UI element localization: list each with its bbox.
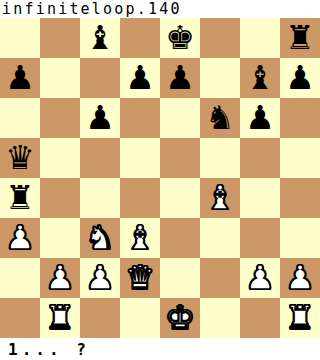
square-f1[interactable] <box>200 298 240 338</box>
black-pawn-piece: ♟ <box>125 58 155 98</box>
square-f2[interactable] <box>200 258 240 298</box>
square-h6[interactable] <box>280 98 320 138</box>
square-b4[interactable] <box>40 178 80 218</box>
square-h5[interactable] <box>280 138 320 178</box>
black-queen-piece: ♛ <box>5 138 35 178</box>
square-h7[interactable]: ♟ <box>280 58 320 98</box>
square-f4[interactable]: ♝ <box>200 178 240 218</box>
square-g4[interactable] <box>240 178 280 218</box>
square-a4[interactable]: ♜ <box>0 178 40 218</box>
square-c2[interactable]: ♟ <box>80 258 120 298</box>
square-f8[interactable] <box>200 18 240 58</box>
diagram-title: infiniteloop.140 <box>0 0 320 18</box>
white-queen-piece: ♛ <box>125 258 155 298</box>
white-bishop-piece: ♝ <box>205 178 235 218</box>
square-e4[interactable] <box>160 178 200 218</box>
square-g8[interactable] <box>240 18 280 58</box>
square-e6[interactable] <box>160 98 200 138</box>
black-pawn-piece: ♟ <box>245 98 275 138</box>
black-bishop-piece: ♝ <box>85 18 115 58</box>
white-king-piece: ♚ <box>165 298 195 338</box>
square-f5[interactable] <box>200 138 240 178</box>
white-pawn-piece: ♟ <box>5 218 35 258</box>
move-prompt: 1... ? <box>0 338 320 360</box>
black-knight-piece: ♞ <box>205 98 235 138</box>
white-rook-piece: ♜ <box>285 298 315 338</box>
black-pawn-piece: ♟ <box>165 58 195 98</box>
square-d4[interactable] <box>120 178 160 218</box>
square-h8[interactable]: ♜ <box>280 18 320 58</box>
square-b3[interactable] <box>40 218 80 258</box>
square-b6[interactable] <box>40 98 80 138</box>
black-rook-piece: ♜ <box>285 18 315 58</box>
square-e5[interactable] <box>160 138 200 178</box>
square-b2[interactable]: ♟ <box>40 258 80 298</box>
square-b1[interactable]: ♜ <box>40 298 80 338</box>
square-g5[interactable] <box>240 138 280 178</box>
square-e7[interactable]: ♟ <box>160 58 200 98</box>
white-bishop-piece: ♝ <box>125 218 155 258</box>
square-h3[interactable] <box>280 218 320 258</box>
square-g3[interactable] <box>240 218 280 258</box>
chess-board: ♝♚♜♟♟♟♝♟♟♞♟♛♜♝♟♞♝♟♟♛♟♟♜♚♜ <box>0 18 320 338</box>
square-d1[interactable] <box>120 298 160 338</box>
square-c8[interactable]: ♝ <box>80 18 120 58</box>
square-e8[interactable]: ♚ <box>160 18 200 58</box>
white-rook-piece: ♜ <box>45 298 75 338</box>
black-pawn-piece: ♟ <box>5 58 35 98</box>
square-c5[interactable] <box>80 138 120 178</box>
square-a1[interactable] <box>0 298 40 338</box>
square-c7[interactable] <box>80 58 120 98</box>
white-pawn-piece: ♟ <box>285 258 315 298</box>
black-pawn-piece: ♟ <box>85 98 115 138</box>
square-c1[interactable] <box>80 298 120 338</box>
square-g2[interactable]: ♟ <box>240 258 280 298</box>
square-d8[interactable] <box>120 18 160 58</box>
square-e1[interactable]: ♚ <box>160 298 200 338</box>
square-c3[interactable]: ♞ <box>80 218 120 258</box>
black-bishop-piece: ♝ <box>245 58 275 98</box>
square-f3[interactable] <box>200 218 240 258</box>
square-a3[interactable]: ♟ <box>0 218 40 258</box>
square-f7[interactable] <box>200 58 240 98</box>
square-b8[interactable] <box>40 18 80 58</box>
square-a8[interactable] <box>0 18 40 58</box>
white-pawn-piece: ♟ <box>85 258 115 298</box>
square-d6[interactable] <box>120 98 160 138</box>
square-h1[interactable]: ♜ <box>280 298 320 338</box>
white-knight-piece: ♞ <box>85 218 115 258</box>
black-pawn-piece: ♟ <box>285 58 315 98</box>
black-rook-piece: ♜ <box>5 178 35 218</box>
square-h4[interactable] <box>280 178 320 218</box>
square-d3[interactable]: ♝ <box>120 218 160 258</box>
square-d2[interactable]: ♛ <box>120 258 160 298</box>
square-f6[interactable]: ♞ <box>200 98 240 138</box>
black-king-piece: ♚ <box>165 18 195 58</box>
square-g6[interactable]: ♟ <box>240 98 280 138</box>
square-b7[interactable] <box>40 58 80 98</box>
square-a2[interactable] <box>0 258 40 298</box>
square-a5[interactable]: ♛ <box>0 138 40 178</box>
square-d7[interactable]: ♟ <box>120 58 160 98</box>
square-d5[interactable] <box>120 138 160 178</box>
square-h2[interactable]: ♟ <box>280 258 320 298</box>
square-e3[interactable] <box>160 218 200 258</box>
square-g7[interactable]: ♝ <box>240 58 280 98</box>
square-g1[interactable] <box>240 298 280 338</box>
square-c6[interactable]: ♟ <box>80 98 120 138</box>
square-a6[interactable] <box>0 98 40 138</box>
square-b5[interactable] <box>40 138 80 178</box>
square-c4[interactable] <box>80 178 120 218</box>
square-a7[interactable]: ♟ <box>0 58 40 98</box>
white-pawn-piece: ♟ <box>245 258 275 298</box>
square-e2[interactable] <box>160 258 200 298</box>
white-pawn-piece: ♟ <box>45 258 75 298</box>
